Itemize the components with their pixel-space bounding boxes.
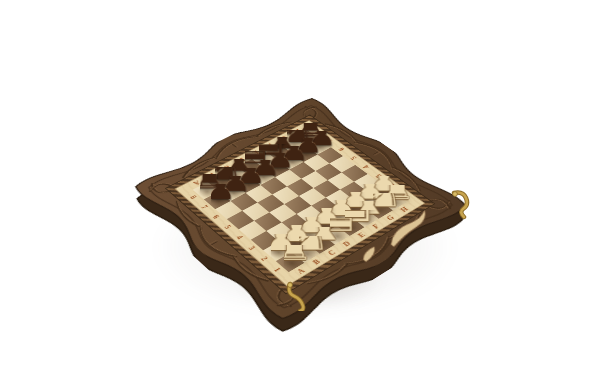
brass-latch-front-icon — [282, 281, 310, 311]
brass-latch-right-icon — [450, 189, 478, 219]
product-photo-stage: HGFEDCBA ABCDEFGH 87654321 12345678 ♜♞♝♛… — [0, 0, 600, 380]
scene: HGFEDCBA ABCDEFGH 87654321 12345678 ♜♞♝♛… — [0, 0, 600, 380]
piece-white-rook-a1: ♜ — [284, 245, 304, 265]
piece-black-pawn-a7: ♟ — [211, 184, 230, 203]
